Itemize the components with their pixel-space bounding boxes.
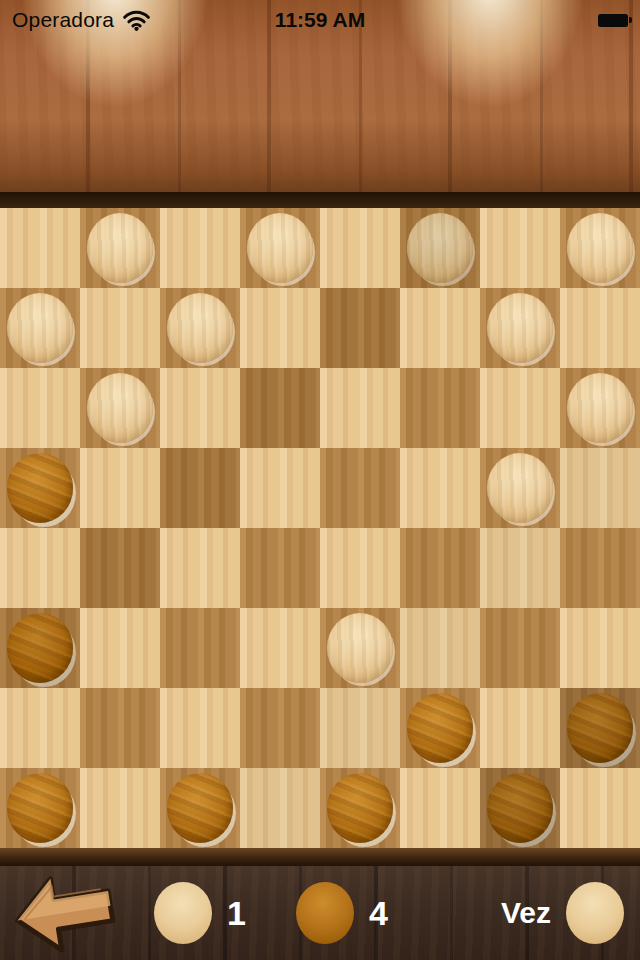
turn-label: Vez [501,896,551,930]
back-button[interactable] [14,873,116,953]
board-cell[interactable] [320,528,400,608]
dark-checker-piece[interactable] [327,773,393,843]
board-cell[interactable] [560,608,640,688]
board-cell[interactable] [0,688,80,768]
battery-icon [598,14,628,27]
dark-piece-icon [296,882,354,944]
board-cell[interactable] [0,608,80,688]
board-cell[interactable] [160,288,240,368]
board-cell[interactable] [480,688,560,768]
board-cell[interactable] [160,448,240,528]
board-cell[interactable] [80,288,160,368]
status-left: Operadora [12,8,222,32]
board-cell[interactable] [0,768,80,848]
board-cell[interactable] [400,768,480,848]
dark-checker-piece[interactable] [487,773,553,843]
dark-checker-piece[interactable] [567,693,633,763]
board-cell[interactable] [400,608,480,688]
board-top-edge [0,192,640,208]
board-cell[interactable] [80,368,160,448]
board-cell[interactable] [320,768,400,848]
board-cell[interactable] [240,208,320,288]
board-cell[interactable] [0,368,80,448]
board [0,208,640,848]
board-cell[interactable] [320,288,400,368]
board-cell[interactable] [480,368,560,448]
light-checker-piece[interactable] [87,373,153,443]
board-cell[interactable] [80,688,160,768]
carrier-label: Operadora [12,8,114,32]
light-checker-piece[interactable] [87,213,153,283]
board-cell[interactable] [320,208,400,288]
wifi-icon [123,10,150,31]
board-cell[interactable] [240,688,320,768]
board-cell[interactable] [400,208,480,288]
light-checker-piece[interactable] [567,213,633,283]
dark-captured-count: 4 [369,894,388,933]
board-cell[interactable] [480,608,560,688]
board-cell[interactable] [400,448,480,528]
board-cell[interactable] [400,528,480,608]
dark-checker-piece[interactable] [167,773,233,843]
board-cell[interactable] [240,528,320,608]
board-cell[interactable] [480,528,560,608]
wood-backdrop: Operadora 11:59 AM [0,0,640,192]
board-cell[interactable] [80,448,160,528]
bottom-bar: 1 4 Vez [0,866,640,960]
board-cell[interactable] [320,608,400,688]
turn-indicator: Vez [501,882,624,944]
board-cell[interactable] [560,208,640,288]
board-cell[interactable] [560,288,640,368]
board-cell[interactable] [320,688,400,768]
board-cell[interactable] [560,528,640,608]
board-cell[interactable] [160,368,240,448]
board-cell[interactable] [160,688,240,768]
status-bar: Operadora 11:59 AM [0,0,640,40]
status-right [418,14,628,27]
board-cell[interactable] [480,208,560,288]
board-cell[interactable] [0,528,80,608]
board-bottom-edge [0,848,640,866]
board-cell[interactable] [0,448,80,528]
board-cell[interactable] [0,288,80,368]
board-cell[interactable] [160,768,240,848]
light-checker-piece[interactable] [167,293,233,363]
phone-screen: Operadora 11:59 AM [0,0,640,960]
board-cell[interactable] [80,768,160,848]
board-cell[interactable] [560,688,640,768]
board-cell[interactable] [240,448,320,528]
board-cell[interactable] [160,608,240,688]
board-cell[interactable] [400,368,480,448]
light-checker-piece[interactable] [327,613,393,683]
board-cell[interactable] [160,528,240,608]
board-cell[interactable] [400,288,480,368]
back-arrow-icon [14,873,116,953]
board-cell[interactable] [80,608,160,688]
light-checker-piece[interactable] [567,373,633,443]
dark-checker-piece[interactable] [7,773,73,843]
light-checker-piece[interactable] [487,293,553,363]
light-piece-icon [154,882,212,944]
board-cell[interactable] [80,208,160,288]
board-cell[interactable] [240,288,320,368]
board-cell[interactable] [240,368,320,448]
board-cell[interactable] [320,368,400,448]
board-cell[interactable] [320,448,400,528]
board-cell[interactable] [480,768,560,848]
board-cell[interactable] [0,208,80,288]
dark-checker-piece[interactable] [7,453,73,523]
board-cell[interactable] [560,768,640,848]
light-checker-piece[interactable] [7,293,73,363]
board-cell[interactable] [480,448,560,528]
board-cell[interactable] [400,688,480,768]
clock-label: 11:59 AM [222,8,418,32]
dark-checker-piece[interactable] [407,693,473,763]
light-checker-piece[interactable] [247,213,313,283]
board-cell[interactable] [560,448,640,528]
board-cell[interactable] [160,208,240,288]
light-checker-piece[interactable] [407,213,473,283]
board-cell[interactable] [560,368,640,448]
dark-checker-piece[interactable] [7,613,73,683]
board-cell[interactable] [80,528,160,608]
board-cell[interactable] [480,288,560,368]
light-captured-count: 1 [227,894,246,933]
light-captured-counter: 1 [154,882,246,944]
dark-captured-counter: 4 [296,882,388,944]
turn-piece-icon [566,882,624,944]
board-cell[interactable] [240,608,320,688]
light-checker-piece[interactable] [487,453,553,523]
board-cell[interactable] [240,768,320,848]
